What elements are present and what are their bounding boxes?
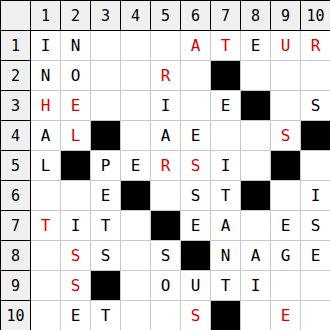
- grid-cell[interactable]: [271, 181, 301, 211]
- grid-cell[interactable]: G: [271, 241, 301, 271]
- grid-cell[interactable]: S: [181, 301, 211, 330]
- grid-cell[interactable]: T: [211, 181, 241, 211]
- grid-cell[interactable]: H: [31, 91, 61, 121]
- grid-cell[interactable]: [31, 181, 61, 211]
- grid-cell[interactable]: E: [121, 151, 151, 181]
- grid-cell[interactable]: I: [151, 91, 181, 121]
- grid-cell[interactable]: E: [301, 241, 330, 271]
- grid-cell[interactable]: [121, 301, 151, 330]
- col-header-4: 4: [121, 1, 151, 31]
- grid-cell[interactable]: L: [31, 151, 61, 181]
- grid-cell[interactable]: S: [181, 181, 211, 211]
- col-header-5: 5: [151, 1, 181, 31]
- block-cell: [241, 91, 271, 121]
- grid-cell[interactable]: [31, 271, 61, 301]
- grid-cell[interactable]: S: [91, 241, 121, 271]
- grid-cell[interactable]: T: [211, 31, 241, 61]
- row-header-9: 9: [1, 271, 31, 301]
- grid-cell[interactable]: [241, 301, 271, 330]
- col-header-10: 10: [301, 1, 330, 31]
- block-cell: [91, 271, 121, 301]
- grid-cell[interactable]: E: [181, 211, 211, 241]
- grid-cell[interactable]: O: [151, 271, 181, 301]
- grid-cell[interactable]: [91, 31, 121, 61]
- grid-cell[interactable]: [271, 271, 301, 301]
- grid-cell[interactable]: S: [301, 91, 330, 121]
- grid-cell[interactable]: [241, 211, 271, 241]
- grid-cell[interactable]: S: [301, 211, 330, 241]
- row-header-1: 1: [1, 31, 31, 61]
- corner-header: [1, 1, 31, 31]
- grid-cell[interactable]: N: [211, 241, 241, 271]
- grid-cell[interactable]: A: [151, 121, 181, 151]
- grid-cell[interactable]: E: [181, 121, 211, 151]
- grid-cell[interactable]: [121, 271, 151, 301]
- row-header-7: 7: [1, 211, 31, 241]
- grid-cell[interactable]: L: [61, 121, 91, 151]
- grid-cell[interactable]: N: [61, 31, 91, 61]
- grid-cell[interactable]: N: [31, 61, 61, 91]
- grid-cell[interactable]: [181, 61, 211, 91]
- grid-cell[interactable]: T: [31, 211, 61, 241]
- grid-cell[interactable]: [31, 241, 61, 271]
- grid-cell[interactable]: A: [181, 31, 211, 61]
- grid-cell[interactable]: S: [61, 271, 91, 301]
- block-cell: [211, 301, 241, 330]
- grid-cell[interactable]: A: [241, 241, 271, 271]
- row-header-6: 6: [1, 181, 31, 211]
- grid-cell[interactable]: [91, 61, 121, 91]
- grid-cell[interactable]: S: [271, 121, 301, 151]
- grid-cell[interactable]: [31, 301, 61, 330]
- grid-cell[interactable]: E: [91, 181, 121, 211]
- block-cell: [151, 211, 181, 241]
- grid-cell[interactable]: R: [151, 151, 181, 181]
- grid-cell[interactable]: [241, 151, 271, 181]
- grid-cell[interactable]: [91, 91, 121, 121]
- grid-cell[interactable]: S: [61, 241, 91, 271]
- grid-cell[interactable]: T: [91, 211, 121, 241]
- grid-cell[interactable]: R: [151, 61, 181, 91]
- block-cell: [91, 121, 121, 151]
- grid-cell[interactable]: [151, 181, 181, 211]
- grid-cell[interactable]: R: [301, 31, 330, 61]
- grid-cell[interactable]: [151, 301, 181, 330]
- col-header-6: 6: [181, 1, 211, 31]
- block-cell: [301, 121, 330, 151]
- grid-cell[interactable]: [121, 241, 151, 271]
- col-header-2: 2: [61, 1, 91, 31]
- col-header-8: 8: [241, 1, 271, 31]
- grid-cell[interactable]: I: [301, 181, 330, 211]
- block-cell: [181, 241, 211, 271]
- grid-cell[interactable]: E: [61, 91, 91, 121]
- grid-cell[interactable]: [301, 61, 330, 91]
- grid-cell[interactable]: [121, 121, 151, 151]
- row-header-4: 4: [1, 121, 31, 151]
- block-cell: [271, 151, 301, 181]
- grid-cell[interactable]: U: [271, 31, 301, 61]
- block-cell: [211, 61, 241, 91]
- grid-cell[interactable]: [271, 61, 301, 91]
- grid-cell[interactable]: I: [241, 271, 271, 301]
- grid-cell[interactable]: [121, 31, 151, 61]
- grid-cell[interactable]: S: [181, 151, 211, 181]
- grid-cell[interactable]: [211, 121, 241, 151]
- row-header-2: 2: [1, 61, 31, 91]
- grid-cell[interactable]: I: [31, 31, 61, 61]
- grid-cell[interactable]: P: [91, 151, 121, 181]
- grid-cell[interactable]: E: [271, 301, 301, 330]
- col-header-3: 3: [91, 1, 121, 31]
- grid-cell[interactable]: E: [61, 301, 91, 330]
- grid-cell[interactable]: [121, 91, 151, 121]
- grid-cell[interactable]: T: [211, 271, 241, 301]
- grid-cell[interactable]: [241, 61, 271, 91]
- grid-cell[interactable]: [151, 31, 181, 61]
- grid-cell[interactable]: S: [151, 241, 181, 271]
- grid-cell[interactable]: U: [181, 271, 211, 301]
- row-header-3: 3: [1, 91, 31, 121]
- col-header-9: 9: [271, 1, 301, 31]
- grid-cell[interactable]: A: [31, 121, 61, 151]
- grid-cell[interactable]: [121, 211, 151, 241]
- grid-cell[interactable]: [61, 181, 91, 211]
- grid-cell[interactable]: [301, 151, 330, 181]
- row-header-10: 10: [1, 301, 31, 330]
- grid-cell[interactable]: A: [211, 211, 241, 241]
- grid-cell[interactable]: I: [61, 211, 91, 241]
- grid-cell[interactable]: [241, 121, 271, 151]
- grid-cell[interactable]: T: [91, 301, 121, 330]
- block-cell: [241, 181, 271, 211]
- grid-cell[interactable]: [121, 61, 151, 91]
- grid-cell[interactable]: I: [211, 151, 241, 181]
- grid-cell[interactable]: [271, 91, 301, 121]
- row-header-5: 5: [1, 151, 31, 181]
- grid-cell[interactable]: O: [61, 61, 91, 91]
- row-header-8: 8: [1, 241, 31, 271]
- grid-cell[interactable]: [181, 91, 211, 121]
- col-header-1: 1: [31, 1, 61, 31]
- grid-cell[interactable]: E: [241, 31, 271, 61]
- crossword-board: 123456789101INATEUR2NOR3HEIES4ALAES5LPER…: [0, 0, 330, 330]
- block-cell: [61, 151, 91, 181]
- grid-cell[interactable]: [301, 301, 330, 330]
- grid-cell[interactable]: E: [211, 91, 241, 121]
- block-cell: [121, 181, 151, 211]
- col-header-7: 7: [211, 1, 241, 31]
- grid-cell[interactable]: [301, 271, 330, 301]
- grid-cell[interactable]: E: [271, 211, 301, 241]
